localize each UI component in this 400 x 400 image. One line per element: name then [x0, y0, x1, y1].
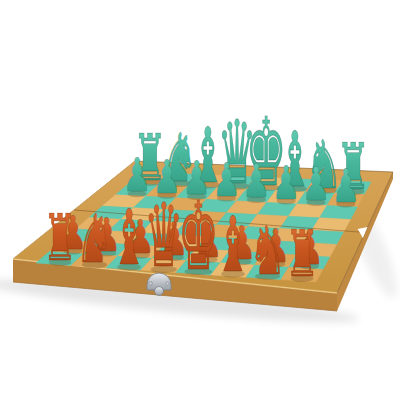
piece-teal-pawn-e7: ♟: [242, 154, 271, 208]
piece-orange-bishop-c1: ♝: [111, 194, 147, 282]
piece-orange-bishop-f1: ♝: [215, 201, 251, 289]
piece-teal-pawn-h7: ♟: [331, 158, 360, 212]
piece-orange-knight-b1: ♞: [76, 200, 114, 278]
svg-text:♞: ♞: [249, 211, 287, 289]
piece-teal-pawn-g7: ♟: [302, 157, 331, 211]
svg-text:♟: ♟: [242, 154, 271, 208]
piece-teal-pawn-f7: ♟: [272, 156, 301, 210]
svg-text:♝: ♝: [111, 194, 147, 282]
svg-text:♜: ♜: [43, 200, 77, 274]
svg-text:♞: ♞: [76, 200, 114, 278]
chess-set-scene: ♜♞♝♛♚♝♞♜♟♟♟♟♟♟♟♟♟♟♟♟♟♟♟♟♜♞♝♛♚♝♞♜: [0, 0, 400, 400]
svg-text:♟: ♟: [272, 156, 301, 210]
svg-text:♟: ♟: [331, 158, 360, 212]
product-photo: ♜♞♝♛♚♝♞♜♟♟♟♟♟♟♟♟♟♟♟♟♟♟♟♟♜♞♝♛♚♝♞♜: [0, 0, 400, 400]
piece-orange-rook-a1: ♜: [43, 200, 77, 274]
svg-text:♜: ♜: [285, 216, 319, 290]
svg-text:♟: ♟: [302, 157, 331, 211]
piece-orange-king-e1: ♚: [178, 181, 219, 290]
svg-text:♚: ♚: [178, 181, 219, 290]
svg-text:♝: ♝: [215, 201, 251, 289]
piece-orange-rook-h1: ♜: [285, 216, 319, 290]
piece-orange-knight-g1: ♞: [249, 211, 287, 289]
